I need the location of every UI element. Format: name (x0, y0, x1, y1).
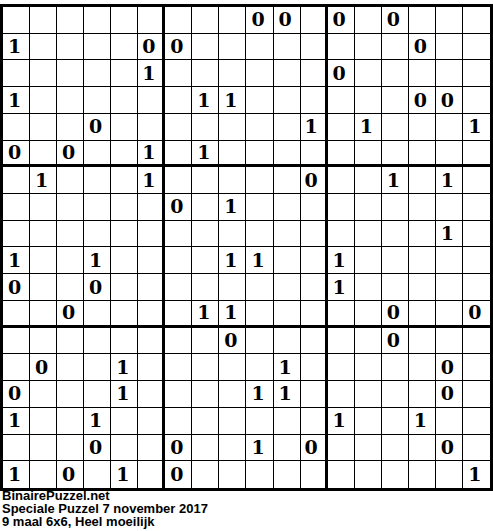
grid-cell-r13c5[interactable] (111, 328, 138, 355)
grid-cell-r1c14[interactable] (355, 7, 382, 34)
grid-cell-r2c6: 0 (138, 34, 165, 61)
puzzle-page: 0000100010111000111001111011011111110010… (0, 0, 493, 531)
grid-cell-r9c11[interactable] (274, 221, 301, 248)
grid-cell-r17c18[interactable] (463, 435, 490, 462)
grid-cell-r14c1[interactable] (3, 354, 30, 381)
grid-cell-r5c6[interactable] (138, 114, 165, 141)
grid-cell-r12c13[interactable] (328, 301, 355, 328)
grid-cell-r2c4[interactable] (84, 34, 111, 61)
grid-cell-r3c8[interactable] (192, 60, 219, 87)
grid-cell-r3c3[interactable] (57, 60, 84, 87)
grid-cell-r6c16[interactable] (409, 141, 436, 168)
grid-cell-r5c7[interactable] (165, 114, 192, 141)
grid-cell-r13c11[interactable] (274, 328, 301, 355)
grid-cell-r6c9[interactable] (219, 141, 246, 168)
grid-cell-r2c9[interactable] (219, 34, 246, 61)
grid-cell-r12c6[interactable] (138, 301, 165, 328)
footer: BinairePuzzel.net Speciale Puzzel 7 nove… (2, 490, 491, 528)
grid-cell-r3c4[interactable] (84, 60, 111, 87)
grid-cell-r3c14[interactable] (355, 60, 382, 87)
grid-cell-r8c12[interactable] (301, 194, 328, 221)
grid-cell-r1c2[interactable] (30, 7, 57, 34)
grid-cell-r12c16[interactable] (409, 301, 436, 328)
grid-cell-r9c14[interactable] (355, 221, 382, 248)
grid-cell-r7c7[interactable] (165, 167, 192, 194)
grid-cell-r16c3[interactable] (57, 408, 84, 435)
grid-cell-r13c1[interactable] (3, 328, 30, 355)
grid-cell-r17c8[interactable] (192, 435, 219, 462)
grid-cell-r14c3[interactable] (57, 354, 84, 381)
grid-cell-r16c14[interactable] (355, 408, 382, 435)
grid-cell-r3c6: 1 (138, 60, 165, 87)
grid-cell-r15c8[interactable] (192, 381, 219, 408)
grid-cell-r4c12[interactable] (301, 87, 328, 114)
grid-cell-r1c17[interactable] (436, 7, 463, 34)
grid-cell-r3c18[interactable] (463, 60, 490, 87)
grid-cell-r7c8[interactable] (192, 167, 219, 194)
grid-cell-r5c15[interactable] (382, 114, 409, 141)
grid-cell-r17c1[interactable] (3, 435, 30, 462)
grid-cell-r8c1[interactable] (3, 194, 30, 221)
grid-cell-r9c15[interactable] (382, 221, 409, 248)
grid-cell-r5c13[interactable] (328, 114, 355, 141)
grid-cell-r10c14[interactable] (355, 247, 382, 274)
grid-cell-r1c5[interactable] (111, 7, 138, 34)
grid-cell-r12c5[interactable] (111, 301, 138, 328)
grid-cell-r11c4: 0 (84, 274, 111, 301)
grid-cell-r10c3[interactable] (57, 247, 84, 274)
grid-cell-r10c13: 1 (328, 247, 355, 274)
grid-cell-r15c7[interactable] (165, 381, 192, 408)
grid-cell-r11c9[interactable] (219, 274, 246, 301)
grid-cell-r8c10[interactable] (246, 194, 273, 221)
grid-cell-r5c2[interactable] (30, 114, 57, 141)
grid-cell-r12c10[interactable] (246, 301, 273, 328)
grid-cell-r17c3[interactable] (57, 435, 84, 462)
grid-cell-r2c5[interactable] (111, 34, 138, 61)
grid-cell-r2c1: 1 (3, 34, 30, 61)
grid-cell-r14c16[interactable] (409, 354, 436, 381)
grid-cell-r14c14[interactable] (355, 354, 382, 381)
grid-cell-r6c3: 0 (57, 141, 84, 168)
grid-cell-r6c10[interactable] (246, 141, 273, 168)
grid-cell-r11c16[interactable] (409, 274, 436, 301)
grid-cell-r17c7: 0 (165, 435, 192, 462)
grid-cell-r6c12[interactable] (301, 141, 328, 168)
grid-cell-r16c17[interactable] (436, 408, 463, 435)
grid-cell-r14c13[interactable] (328, 354, 355, 381)
grid-cell-r13c13[interactable] (328, 328, 355, 355)
grid-cell-r12c17[interactable] (436, 301, 463, 328)
grid-cell-r9c8[interactable] (192, 221, 219, 248)
grid-cell-r16c1: 1 (3, 408, 30, 435)
grid-cell-r18c1: 1 (3, 461, 30, 488)
grid-cell-r12c11[interactable] (274, 301, 301, 328)
puzzle-subtitle: 9 maal 6x6, Heel moeilijk (2, 516, 491, 529)
grid-cell-r18c9[interactable] (219, 461, 246, 488)
grid-cell-r11c18[interactable] (463, 274, 490, 301)
grid-cell-r18c4[interactable] (84, 461, 111, 488)
grid-cell-r1c12[interactable] (301, 7, 328, 34)
grid-cell-r7c17: 1 (436, 167, 463, 194)
grid-cell-r12c14[interactable] (355, 301, 382, 328)
grid-cell-r3c10[interactable] (246, 60, 273, 87)
grid-cell-r1c9[interactable] (219, 7, 246, 34)
grid-cell-r6c8: 1 (192, 141, 219, 168)
grid-cell-r1c7[interactable] (165, 7, 192, 34)
grid-cell-r17c16[interactable] (409, 435, 436, 462)
grid-cell-r3c12[interactable] (301, 60, 328, 87)
grid-cell-r1c11: 0 (274, 7, 301, 34)
grid-cell-r10c7[interactable] (165, 247, 192, 274)
grid-cell-r4c6[interactable] (138, 87, 165, 114)
grid-cell-r13c18[interactable] (463, 328, 490, 355)
grid-cell-r8c18[interactable] (463, 194, 490, 221)
grid-cell-r4c11[interactable] (274, 87, 301, 114)
grid-cell-r6c17[interactable] (436, 141, 463, 168)
grid-cell-r14c18[interactable] (463, 354, 490, 381)
grid-cell-r10c16[interactable] (409, 247, 436, 274)
grid-cell-r4c7[interactable] (165, 87, 192, 114)
grid-cell-r16c7[interactable] (165, 408, 192, 435)
grid-cell-r3c7[interactable] (165, 60, 192, 87)
grid-cell-r13c10[interactable] (246, 328, 273, 355)
grid-cell-r5c16[interactable] (409, 114, 436, 141)
grid-cell-r4c15[interactable] (382, 87, 409, 114)
grid-cell-r11c15[interactable] (382, 274, 409, 301)
grid-cell-r6c4[interactable] (84, 141, 111, 168)
grid-cell-r8c9: 1 (219, 194, 246, 221)
grid-cell-r10c12[interactable] (301, 247, 328, 274)
grid-cell-r11c5[interactable] (111, 274, 138, 301)
grid-cell-r12c1[interactable] (3, 301, 30, 328)
grid-cell-r6c14[interactable] (355, 141, 382, 168)
grid-cell-r17c9[interactable] (219, 435, 246, 462)
grid-cell-r5c3[interactable] (57, 114, 84, 141)
grid-cell-r7c18[interactable] (463, 167, 490, 194)
grid-cell-r5c10[interactable] (246, 114, 273, 141)
grid-cell-r8c16[interactable] (409, 194, 436, 221)
grid-cell-r7c3[interactable] (57, 167, 84, 194)
grid-cell-r13c12[interactable] (301, 328, 328, 355)
grid-cell-r7c1[interactable] (3, 167, 30, 194)
grid-cell-r5c12: 1 (301, 114, 328, 141)
grid-cell-r11c2[interactable] (30, 274, 57, 301)
grid-cell-r3c9[interactable] (219, 60, 246, 87)
grid-cell-r1c13: 0 (328, 7, 355, 34)
grid-cell-r6c2[interactable] (30, 141, 57, 168)
grid-cell-r7c14[interactable] (355, 167, 382, 194)
grid-cell-r8c4[interactable] (84, 194, 111, 221)
grid-cell-r15c14[interactable] (355, 381, 382, 408)
grid-cell-r2c10[interactable] (246, 34, 273, 61)
grid-cell-r9c3[interactable] (57, 221, 84, 248)
grid-cell-r15c4[interactable] (84, 381, 111, 408)
grid-cell-r14c8[interactable] (192, 354, 219, 381)
grid-cell-r14c4[interactable] (84, 354, 111, 381)
grid-cell-r9c4[interactable] (84, 221, 111, 248)
grid-cell-r15c12[interactable] (301, 381, 328, 408)
grid-cell-r5c9[interactable] (219, 114, 246, 141)
grid-cell-r9c18[interactable] (463, 221, 490, 248)
grid-cell-r16c2[interactable] (30, 408, 57, 435)
grid-cell-r5c5[interactable] (111, 114, 138, 141)
grid-cell-r15c15[interactable] (382, 381, 409, 408)
grid-cell-r10c8[interactable] (192, 247, 219, 274)
grid-cell-r4c9: 1 (219, 87, 246, 114)
grid-cell-r15c10: 1 (246, 381, 273, 408)
grid-cell-r13c8[interactable] (192, 328, 219, 355)
grid-cell-r14c12[interactable] (301, 354, 328, 381)
grid-cell-r12c8: 1 (192, 301, 219, 328)
grid-cell-r11c6[interactable] (138, 274, 165, 301)
grid-cell-r11c3[interactable] (57, 274, 84, 301)
grid-cell-r4c4[interactable] (84, 87, 111, 114)
grid-cell-r5c18: 1 (463, 114, 490, 141)
grid-cell-r4c13[interactable] (328, 87, 355, 114)
grid-cell-r16c15[interactable] (382, 408, 409, 435)
grid-cell-r13c16[interactable] (409, 328, 436, 355)
grid-cell-r18c11[interactable] (274, 461, 301, 488)
grid-cell-r4c14[interactable] (355, 87, 382, 114)
grid-cell-r6c11[interactable] (274, 141, 301, 168)
grid-cell-r12c12[interactable] (301, 301, 328, 328)
grid-cell-r11c11[interactable] (274, 274, 301, 301)
grid-cell-r11c8[interactable] (192, 274, 219, 301)
grid-cell-r2c14[interactable] (355, 34, 382, 61)
grid-cell-r14c9[interactable] (219, 354, 246, 381)
grid-cell-r18c8[interactable] (192, 461, 219, 488)
grid-cell-r2c18[interactable] (463, 34, 490, 61)
grid-cell-r16c9[interactable] (219, 408, 246, 435)
grid-cell-r13c6[interactable] (138, 328, 165, 355)
grid-cell-r17c2[interactable] (30, 435, 57, 462)
grid-cell-r17c6[interactable] (138, 435, 165, 462)
grid-cell-r7c10[interactable] (246, 167, 273, 194)
grid-cell-r18c14[interactable] (355, 461, 382, 488)
grid-cell-r9c9[interactable] (219, 221, 246, 248)
grid-cell-r18c6[interactable] (138, 461, 165, 488)
grid-cell-r15c9[interactable] (219, 381, 246, 408)
grid-cell-r4c16: 0 (409, 87, 436, 114)
grid-cell-r15c2[interactable] (30, 381, 57, 408)
grid-cell-r18c17[interactable] (436, 461, 463, 488)
grid-cell-r15c16[interactable] (409, 381, 436, 408)
grid-cell-r1c1[interactable] (3, 7, 30, 34)
grid-cell-r8c17[interactable] (436, 194, 463, 221)
grid-cell-r3c1[interactable] (3, 60, 30, 87)
grid-cell-r15c5: 1 (111, 381, 138, 408)
grid-cell-r12c7[interactable] (165, 301, 192, 328)
grid-cell-r7c6: 1 (138, 167, 165, 194)
grid-cell-r3c5[interactable] (111, 60, 138, 87)
grid-cell-r8c13[interactable] (328, 194, 355, 221)
grid-cell-r8c2[interactable] (30, 194, 57, 221)
grid-cell-r12c3: 0 (57, 301, 84, 328)
grid-cell-r2c13[interactable] (328, 34, 355, 61)
grid-cell-r14c2: 0 (30, 354, 57, 381)
grid-cell-r8c14[interactable] (355, 194, 382, 221)
grid-cell-r9c1[interactable] (3, 221, 30, 248)
grid-cell-r16c11[interactable] (274, 408, 301, 435)
grid-cell-r8c3[interactable] (57, 194, 84, 221)
grid-cell-r4c5[interactable] (111, 87, 138, 114)
grid-cell-r9c12[interactable] (301, 221, 328, 248)
grid-cell-r16c8[interactable] (192, 408, 219, 435)
grid-cell-r7c9[interactable] (219, 167, 246, 194)
grid-cell-r8c5[interactable] (111, 194, 138, 221)
grid-cell-r8c15[interactable] (382, 194, 409, 221)
grid-cell-r10c11[interactable] (274, 247, 301, 274)
grid-cell-r10c9: 1 (219, 247, 246, 274)
grid-cell-r4c1: 1 (3, 87, 30, 114)
grid-cell-r8c6[interactable] (138, 194, 165, 221)
grid-cell-r18c16[interactable] (409, 461, 436, 488)
grid-cell-r6c13[interactable] (328, 141, 355, 168)
grid-cell-r16c13: 1 (328, 408, 355, 435)
grid-cell-r4c10[interactable] (246, 87, 273, 114)
grid-cell-r3c11[interactable] (274, 60, 301, 87)
grid-cell-r3c15[interactable] (382, 60, 409, 87)
grid-cell-r11c7[interactable] (165, 274, 192, 301)
grid-cell-r7c12: 0 (301, 167, 328, 194)
grid-cell-r14c15[interactable] (382, 354, 409, 381)
grid-cell-r16c5[interactable] (111, 408, 138, 435)
grid-cell-r15c11: 1 (274, 381, 301, 408)
grid-cell-r15c6[interactable] (138, 381, 165, 408)
grid-cell-r6c5[interactable] (111, 141, 138, 168)
grid-cell-r10c18[interactable] (463, 247, 490, 274)
grid-cell-r17c11[interactable] (274, 435, 301, 462)
grid-cell-r3c2[interactable] (30, 60, 57, 87)
grid-cell-r1c16[interactable] (409, 7, 436, 34)
grid-cell-r1c3[interactable] (57, 7, 84, 34)
grid-cell-r11c12[interactable] (301, 274, 328, 301)
grid-cell-r3c17[interactable] (436, 60, 463, 87)
grid-cell-r16c12[interactable] (301, 408, 328, 435)
grid-cell-r11c17[interactable] (436, 274, 463, 301)
grid-cell-r17c10: 1 (246, 435, 273, 462)
grid-cell-r8c11[interactable] (274, 194, 301, 221)
grid-cell-r17c15[interactable] (382, 435, 409, 462)
grid-cell-r16c6[interactable] (138, 408, 165, 435)
grid-cell-r9c7[interactable] (165, 221, 192, 248)
grid-cell-r16c10[interactable] (246, 408, 273, 435)
grid-cell-r6c15[interactable] (382, 141, 409, 168)
grid-cell-r18c12[interactable] (301, 461, 328, 488)
grid-cell-r2c15[interactable] (382, 34, 409, 61)
grid-cell-r5c1[interactable] (3, 114, 30, 141)
grid-cell-r4c3[interactable] (57, 87, 84, 114)
grid-cell-r1c6[interactable] (138, 7, 165, 34)
grid-cell-r14c10[interactable] (246, 354, 273, 381)
grid-cell-r13c17[interactable] (436, 328, 463, 355)
grid-cell-r13c7[interactable] (165, 328, 192, 355)
grid-cell-r3c16[interactable] (409, 60, 436, 87)
grid-cell-r17c5[interactable] (111, 435, 138, 462)
grid-cell-r2c17[interactable] (436, 34, 463, 61)
grid-cell-r1c8[interactable] (192, 7, 219, 34)
grid-cell-r9c6[interactable] (138, 221, 165, 248)
grid-cell-r11c1: 0 (3, 274, 30, 301)
grid-cell-r9c2[interactable] (30, 221, 57, 248)
grid-cell-r4c2[interactable] (30, 87, 57, 114)
grid-cell-r17c4: 0 (84, 435, 111, 462)
grid-cell-r2c2[interactable] (30, 34, 57, 61)
grid-cell-r15c17: 0 (436, 381, 463, 408)
grid-cell-r14c6[interactable] (138, 354, 165, 381)
grid-cell-r5c17[interactable] (436, 114, 463, 141)
grid-cell-r5c8[interactable] (192, 114, 219, 141)
grid-cell-r2c11[interactable] (274, 34, 301, 61)
grid-cell-r10c17[interactable] (436, 247, 463, 274)
grid-cell-r7c4[interactable] (84, 167, 111, 194)
grid-cell-r11c10[interactable] (246, 274, 273, 301)
grid-cell-r9c16[interactable] (409, 221, 436, 248)
grid-cell-r2c3[interactable] (57, 34, 84, 61)
grid-cell-r6c7[interactable] (165, 141, 192, 168)
grid-cell-r18c13[interactable] (328, 461, 355, 488)
grid-cell-r7c13[interactable] (328, 167, 355, 194)
grid-cell-r13c4[interactable] (84, 328, 111, 355)
grid-cell-r4c18[interactable] (463, 87, 490, 114)
grid-cell-r13c2[interactable] (30, 328, 57, 355)
grid-cell-r12c4[interactable] (84, 301, 111, 328)
grid-cell-r17c13[interactable] (328, 435, 355, 462)
grid-cell-r12c2[interactable] (30, 301, 57, 328)
grid-cell-r5c11[interactable] (274, 114, 301, 141)
grid-cell-r12c18: 0 (463, 301, 490, 328)
grid-cell-r1c18[interactable] (463, 7, 490, 34)
grid-cell-r11c14[interactable] (355, 274, 382, 301)
grid-cell-r14c17: 0 (436, 354, 463, 381)
grid-cell-r18c10[interactable] (246, 461, 273, 488)
grid-cell-r2c12[interactable] (301, 34, 328, 61)
grid-cell-r17c12: 0 (301, 435, 328, 462)
grid-cell-r13c14[interactable] (355, 328, 382, 355)
grid-cell-r10c15[interactable] (382, 247, 409, 274)
grid-cell-r18c15[interactable] (382, 461, 409, 488)
grid-cell-r16c4: 1 (84, 408, 111, 435)
grid-cell-r8c8[interactable] (192, 194, 219, 221)
grid-cell-r7c2: 1 (30, 167, 57, 194)
grid-cell-r13c3[interactable] (57, 328, 84, 355)
grid-cell-r9c10[interactable] (246, 221, 273, 248)
grid-cell-r2c8[interactable] (192, 34, 219, 61)
grid-cell-r17c17: 0 (436, 435, 463, 462)
grid-cell-r15c13[interactable] (328, 381, 355, 408)
grid-cell-r7c16[interactable] (409, 167, 436, 194)
grid-cell-r10c2[interactable] (30, 247, 57, 274)
grid-cell-r15c3[interactable] (57, 381, 84, 408)
grid-cell-r7c11[interactable] (274, 167, 301, 194)
grid-cell-r6c18[interactable] (463, 141, 490, 168)
grid-cell-r1c4[interactable] (84, 7, 111, 34)
grid-cell-r16c18[interactable] (463, 408, 490, 435)
grid-cell-r7c5[interactable] (111, 167, 138, 194)
grid-cell-r10c5[interactable] (111, 247, 138, 274)
grid-cell-r14c7[interactable] (165, 354, 192, 381)
grid-cell-r9c13[interactable] (328, 221, 355, 248)
grid-cell-r2c16: 0 (409, 34, 436, 61)
grid-cell-r6c6: 1 (138, 141, 165, 168)
grid-cell-r18c2[interactable] (30, 461, 57, 488)
grid-cell-r17c14[interactable] (355, 435, 382, 462)
grid-cell-r9c5[interactable] (111, 221, 138, 248)
grid-cell-r5c14: 1 (355, 114, 382, 141)
grid-cell-r15c18[interactable] (463, 381, 490, 408)
grid-cell-r10c6[interactable] (138, 247, 165, 274)
